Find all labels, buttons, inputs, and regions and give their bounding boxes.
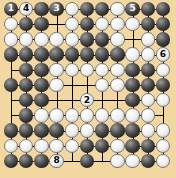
stone-black bbox=[49, 123, 64, 138]
move-number: 3 bbox=[53, 4, 59, 13]
stone-black bbox=[141, 78, 156, 93]
stone-black bbox=[125, 93, 140, 108]
stone-white bbox=[34, 108, 49, 123]
stone-white: 2 bbox=[80, 93, 95, 108]
stone-white bbox=[80, 108, 95, 123]
stone-white bbox=[4, 139, 19, 154]
stone-white bbox=[65, 139, 80, 154]
stone-black bbox=[110, 123, 125, 138]
stone-black bbox=[34, 123, 49, 138]
stone-black bbox=[95, 139, 110, 154]
stone-black bbox=[34, 63, 49, 78]
stone-white bbox=[156, 93, 171, 108]
stone-black bbox=[125, 78, 140, 93]
stone-black bbox=[19, 93, 34, 108]
stone-white bbox=[125, 108, 140, 123]
stone-black bbox=[19, 123, 34, 138]
stone-white bbox=[34, 139, 49, 154]
go-board[interactable]: 1435628 bbox=[0, 0, 176, 178]
stone-black bbox=[4, 78, 19, 93]
stone-white bbox=[110, 63, 125, 78]
stone-black bbox=[80, 32, 95, 47]
stone-black bbox=[19, 63, 34, 78]
stone-white bbox=[95, 63, 110, 78]
stone-black bbox=[34, 93, 49, 108]
stone-white bbox=[125, 17, 140, 32]
stone-white bbox=[156, 63, 171, 78]
stone-white bbox=[80, 63, 95, 78]
stone-black bbox=[80, 154, 95, 169]
stone-black bbox=[125, 139, 140, 154]
stone-black bbox=[34, 2, 49, 17]
stone-white bbox=[65, 17, 80, 32]
stone-white bbox=[4, 17, 19, 32]
stone-black bbox=[125, 63, 140, 78]
stone-white: 4 bbox=[19, 2, 34, 17]
stone-white: 6 bbox=[156, 47, 171, 62]
stone-white bbox=[49, 78, 64, 93]
stone-white bbox=[95, 108, 110, 123]
stone-white bbox=[49, 139, 64, 154]
move-number: 2 bbox=[84, 96, 90, 105]
move-number: 8 bbox=[53, 156, 59, 165]
stone-black bbox=[4, 47, 19, 62]
stone-white bbox=[19, 139, 34, 154]
stone-black bbox=[80, 47, 95, 62]
stone-black bbox=[141, 154, 156, 169]
stone-white bbox=[141, 47, 156, 62]
stone-white: 8 bbox=[49, 154, 64, 169]
stone-white bbox=[110, 108, 125, 123]
stone-black bbox=[19, 47, 34, 62]
stone-black bbox=[141, 139, 156, 154]
stone-black bbox=[4, 123, 19, 138]
stone-black bbox=[19, 78, 34, 93]
stone-black bbox=[156, 32, 171, 47]
stone-white bbox=[34, 32, 49, 47]
stone-black bbox=[80, 2, 95, 17]
stone-black bbox=[19, 17, 34, 32]
stone-white bbox=[141, 123, 156, 138]
stone-white bbox=[125, 47, 140, 62]
move-number: 6 bbox=[160, 50, 166, 59]
stone-white bbox=[95, 78, 110, 93]
stone-black bbox=[156, 78, 171, 93]
stone-black bbox=[110, 47, 125, 62]
stone-black bbox=[34, 47, 49, 62]
stone-black bbox=[141, 17, 156, 32]
stone-black bbox=[65, 47, 80, 62]
stone-white bbox=[110, 2, 125, 17]
stone-white bbox=[80, 123, 95, 138]
stone-white bbox=[141, 93, 156, 108]
stone-black bbox=[19, 154, 34, 169]
stone-white bbox=[110, 32, 125, 47]
move-number: 4 bbox=[23, 4, 29, 13]
stone-black bbox=[80, 17, 95, 32]
stone-black bbox=[95, 32, 110, 47]
stone-black bbox=[95, 2, 110, 17]
stone-white bbox=[65, 2, 80, 17]
stone-white bbox=[49, 108, 64, 123]
stone-white bbox=[110, 17, 125, 32]
stone-white bbox=[125, 154, 140, 169]
stone-white bbox=[49, 32, 64, 47]
stone-white bbox=[19, 32, 34, 47]
stone-black bbox=[125, 123, 140, 138]
stone-black bbox=[19, 108, 34, 123]
stone-black bbox=[141, 63, 156, 78]
stone-black bbox=[95, 47, 110, 62]
stone-black: 1 bbox=[4, 2, 19, 17]
stone-black bbox=[34, 78, 49, 93]
stone-white bbox=[65, 63, 80, 78]
stone-black bbox=[4, 154, 19, 169]
stone-white bbox=[65, 108, 80, 123]
stone-white bbox=[110, 154, 125, 169]
stone-black bbox=[141, 2, 156, 17]
stone-black: 5 bbox=[125, 2, 140, 17]
stone-white bbox=[141, 32, 156, 47]
stone-black: 3 bbox=[49, 2, 64, 17]
stone-black bbox=[95, 123, 110, 138]
stone-black bbox=[34, 154, 49, 169]
stone-white bbox=[141, 108, 156, 123]
stone-white bbox=[110, 78, 125, 93]
stone-white bbox=[110, 139, 125, 154]
stone-black bbox=[49, 47, 64, 62]
stone-white bbox=[95, 17, 110, 32]
stone-white bbox=[65, 123, 80, 138]
stone-black bbox=[34, 17, 49, 32]
stone-black bbox=[156, 2, 171, 17]
stone-white bbox=[156, 154, 171, 169]
stone-white bbox=[49, 63, 64, 78]
move-number: 5 bbox=[129, 4, 135, 13]
stone-white bbox=[156, 139, 171, 154]
stone-white bbox=[4, 32, 19, 47]
stone-black bbox=[80, 139, 95, 154]
stone-black bbox=[156, 17, 171, 32]
stone-white bbox=[156, 123, 171, 138]
stone-white bbox=[65, 32, 80, 47]
move-number: 1 bbox=[8, 4, 14, 13]
